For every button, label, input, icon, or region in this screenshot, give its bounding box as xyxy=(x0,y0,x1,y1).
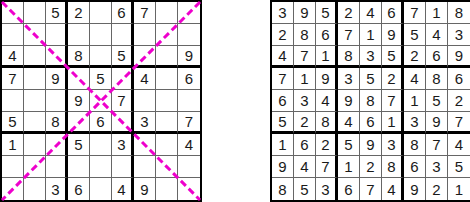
cell-r5c8 xyxy=(156,90,178,112)
cell-r4c6: 2 xyxy=(382,68,404,90)
cell-r8c7 xyxy=(134,156,156,178)
cell-r2c5 xyxy=(90,24,112,46)
cell-r8c6 xyxy=(112,156,134,178)
cell-r3c4: 8 xyxy=(68,46,90,68)
cell-r8c9: 5 xyxy=(448,156,470,178)
cell-r5c7 xyxy=(134,90,156,112)
cell-r1c7: 7 xyxy=(134,2,156,24)
cell-r1c2: 9 xyxy=(294,2,316,24)
cell-r9c4: 6 xyxy=(338,178,360,200)
cell-r7c1: 1 xyxy=(2,134,24,156)
cell-r8c5 xyxy=(90,156,112,178)
cell-r8c1 xyxy=(2,156,24,178)
cell-r3c7 xyxy=(134,46,156,68)
cell-r2c5: 1 xyxy=(360,24,382,46)
cell-r2c4 xyxy=(68,24,90,46)
cell-r6c8: 9 xyxy=(426,112,448,134)
cell-r4c4 xyxy=(68,68,90,90)
cell-r8c3: 7 xyxy=(316,156,338,178)
cell-r6c9: 7 xyxy=(448,112,470,134)
cell-r4c7: 4 xyxy=(134,68,156,90)
cell-r3c3: 1 xyxy=(316,46,338,68)
cell-r5c7: 1 xyxy=(404,90,426,112)
solution-board: 3952467182867195434718352697193524866349… xyxy=(270,0,470,202)
cell-r7c4: 5 xyxy=(68,134,90,156)
cell-r1c8 xyxy=(156,2,178,24)
cell-r9c6: 4 xyxy=(382,178,404,200)
cell-r6c6: 1 xyxy=(382,112,404,134)
cell-r3c6: 5 xyxy=(112,46,134,68)
cell-r9c3: 3 xyxy=(316,178,338,200)
cell-r9c2: 5 xyxy=(294,178,316,200)
cell-r1c5: 4 xyxy=(360,2,382,24)
cell-r5c5: 8 xyxy=(360,90,382,112)
cell-r9c5: 7 xyxy=(360,178,382,200)
cell-r3c1: 4 xyxy=(272,46,294,68)
cell-r2c3 xyxy=(46,24,68,46)
cell-r1c2 xyxy=(24,2,46,24)
cell-r3c2: 7 xyxy=(294,46,316,68)
cell-r4c2 xyxy=(24,68,46,90)
cell-r6c1: 5 xyxy=(272,112,294,134)
cell-r9c1 xyxy=(2,178,24,200)
puzzle-board: 5267485979546975863715343649 xyxy=(0,0,202,202)
cell-r8c4: 1 xyxy=(338,156,360,178)
cell-r1c9: 8 xyxy=(448,2,470,24)
cell-r6c4: 4 xyxy=(338,112,360,134)
cell-r5c2 xyxy=(24,90,46,112)
cell-r7c7: 8 xyxy=(404,134,426,156)
cell-r4c9: 6 xyxy=(448,68,470,90)
puzzle-board-wrap: 5267485979546975863715343649 xyxy=(0,0,202,202)
cell-r8c8: 3 xyxy=(426,156,448,178)
cell-r4c1: 7 xyxy=(272,68,294,90)
cell-r4c8 xyxy=(156,68,178,90)
cell-r2c4: 7 xyxy=(338,24,360,46)
cell-r5c6: 7 xyxy=(382,90,404,112)
cell-r4c6 xyxy=(112,68,134,90)
cell-r4c4: 3 xyxy=(338,68,360,90)
cell-r4c3: 9 xyxy=(316,68,338,90)
cell-r9c3: 3 xyxy=(46,178,68,200)
cell-r7c6: 3 xyxy=(112,134,134,156)
cell-r3c1: 4 xyxy=(2,46,24,68)
cell-r1c3: 5 xyxy=(316,2,338,24)
cell-r1c1: 3 xyxy=(272,2,294,24)
cell-r4c5: 5 xyxy=(360,68,382,90)
cell-r2c6: 9 xyxy=(382,24,404,46)
cell-r6c5: 6 xyxy=(360,112,382,134)
cell-r7c8 xyxy=(156,134,178,156)
cell-r6c9: 7 xyxy=(178,112,200,134)
cell-r2c9 xyxy=(178,24,200,46)
cell-r2c1: 2 xyxy=(272,24,294,46)
cell-r5c6: 7 xyxy=(112,90,134,112)
cell-r7c6: 3 xyxy=(382,134,404,156)
cell-r3c8: 6 xyxy=(426,46,448,68)
cell-r9c8 xyxy=(156,178,178,200)
cell-r8c3 xyxy=(46,156,68,178)
cell-r8c4 xyxy=(68,156,90,178)
cell-r7c3 xyxy=(46,134,68,156)
cell-r9c7: 9 xyxy=(404,178,426,200)
cell-r7c7 xyxy=(134,134,156,156)
cell-r7c8: 7 xyxy=(426,134,448,156)
cell-r3c3 xyxy=(46,46,68,68)
cell-r5c9: 2 xyxy=(448,90,470,112)
cell-r5c4: 9 xyxy=(338,90,360,112)
cell-r5c2: 3 xyxy=(294,90,316,112)
cell-r8c2 xyxy=(24,156,46,178)
cell-r8c7: 6 xyxy=(404,156,426,178)
cell-r6c5: 6 xyxy=(90,112,112,134)
cell-r5c9 xyxy=(178,90,200,112)
cell-r7c9: 4 xyxy=(448,134,470,156)
cell-r3c5 xyxy=(90,46,112,68)
cell-r9c8: 2 xyxy=(426,178,448,200)
cell-r9c9: 1 xyxy=(448,178,470,200)
cell-r7c5 xyxy=(90,134,112,156)
cell-r9c5 xyxy=(90,178,112,200)
cell-r8c5: 2 xyxy=(360,156,382,178)
cell-r5c4: 9 xyxy=(68,90,90,112)
cell-r3c9: 9 xyxy=(178,46,200,68)
cell-r2c1 xyxy=(2,24,24,46)
cell-r1c1 xyxy=(2,2,24,24)
cell-r6c1: 5 xyxy=(2,112,24,134)
cell-r5c1 xyxy=(2,90,24,112)
cell-r2c9: 3 xyxy=(448,24,470,46)
cell-r3c9: 9 xyxy=(448,46,470,68)
cell-r5c5 xyxy=(90,90,112,112)
cell-r9c1: 8 xyxy=(272,178,294,200)
cell-r3c2 xyxy=(24,46,46,68)
cell-r2c8: 4 xyxy=(426,24,448,46)
cell-r2c7 xyxy=(134,24,156,46)
cell-r3c6: 5 xyxy=(382,46,404,68)
cell-r7c2 xyxy=(24,134,46,156)
cell-r8c6: 8 xyxy=(382,156,404,178)
cell-r4c3: 9 xyxy=(46,68,68,90)
cell-r8c8 xyxy=(156,156,178,178)
cell-r6c7: 3 xyxy=(134,112,156,134)
cell-r1c6: 6 xyxy=(112,2,134,24)
solution-board-wrap: 3952467182867195434718352697193524866349… xyxy=(270,0,470,202)
cell-r7c9: 4 xyxy=(178,134,200,156)
cell-r6c3: 8 xyxy=(316,112,338,134)
cell-r6c2 xyxy=(24,112,46,134)
cell-r7c4: 5 xyxy=(338,134,360,156)
cell-r7c1: 1 xyxy=(272,134,294,156)
cell-r8c1: 9 xyxy=(272,156,294,178)
cell-r3c8 xyxy=(156,46,178,68)
cell-r8c9 xyxy=(178,156,200,178)
cell-r1c4: 2 xyxy=(338,2,360,24)
cell-r9c9 xyxy=(178,178,200,200)
cell-r6c6 xyxy=(112,112,134,134)
cell-r2c2 xyxy=(24,24,46,46)
cell-r9c7: 9 xyxy=(134,178,156,200)
cell-r2c3: 6 xyxy=(316,24,338,46)
cell-r1c6: 6 xyxy=(382,2,404,24)
cell-r1c8: 1 xyxy=(426,2,448,24)
cell-r7c3: 2 xyxy=(316,134,338,156)
cell-r9c4: 6 xyxy=(68,178,90,200)
cell-r4c2: 1 xyxy=(294,68,316,90)
cell-r2c6 xyxy=(112,24,134,46)
cell-r5c8: 5 xyxy=(426,90,448,112)
cell-r6c8 xyxy=(156,112,178,134)
cell-r9c2 xyxy=(24,178,46,200)
cell-r3c4: 8 xyxy=(338,46,360,68)
cell-r6c4 xyxy=(68,112,90,134)
cell-r3c7: 2 xyxy=(404,46,426,68)
cell-r4c9: 6 xyxy=(178,68,200,90)
cell-r2c8 xyxy=(156,24,178,46)
cell-r6c3: 8 xyxy=(46,112,68,134)
cell-r2c2: 8 xyxy=(294,24,316,46)
cell-r9c6: 4 xyxy=(112,178,134,200)
cell-r2c7: 5 xyxy=(404,24,426,46)
cell-r7c2: 6 xyxy=(294,134,316,156)
cell-r5c3: 4 xyxy=(316,90,338,112)
cell-r4c1: 7 xyxy=(2,68,24,90)
cell-r7c5: 9 xyxy=(360,134,382,156)
cell-r5c3 xyxy=(46,90,68,112)
cell-r5c1: 6 xyxy=(272,90,294,112)
cell-r1c3: 5 xyxy=(46,2,68,24)
cell-r1c7: 7 xyxy=(404,2,426,24)
cell-r1c9 xyxy=(178,2,200,24)
cell-r1c4: 2 xyxy=(68,2,90,24)
cell-r8c2: 4 xyxy=(294,156,316,178)
cell-r4c5: 5 xyxy=(90,68,112,90)
sudoku-diagram: 5267485979546975863715343649 39524671828… xyxy=(0,0,470,202)
cell-r6c7: 3 xyxy=(404,112,426,134)
cell-r3c5: 3 xyxy=(360,46,382,68)
cell-r1c5 xyxy=(90,2,112,24)
cell-r4c7: 4 xyxy=(404,68,426,90)
cell-r6c2: 2 xyxy=(294,112,316,134)
cell-r4c8: 8 xyxy=(426,68,448,90)
